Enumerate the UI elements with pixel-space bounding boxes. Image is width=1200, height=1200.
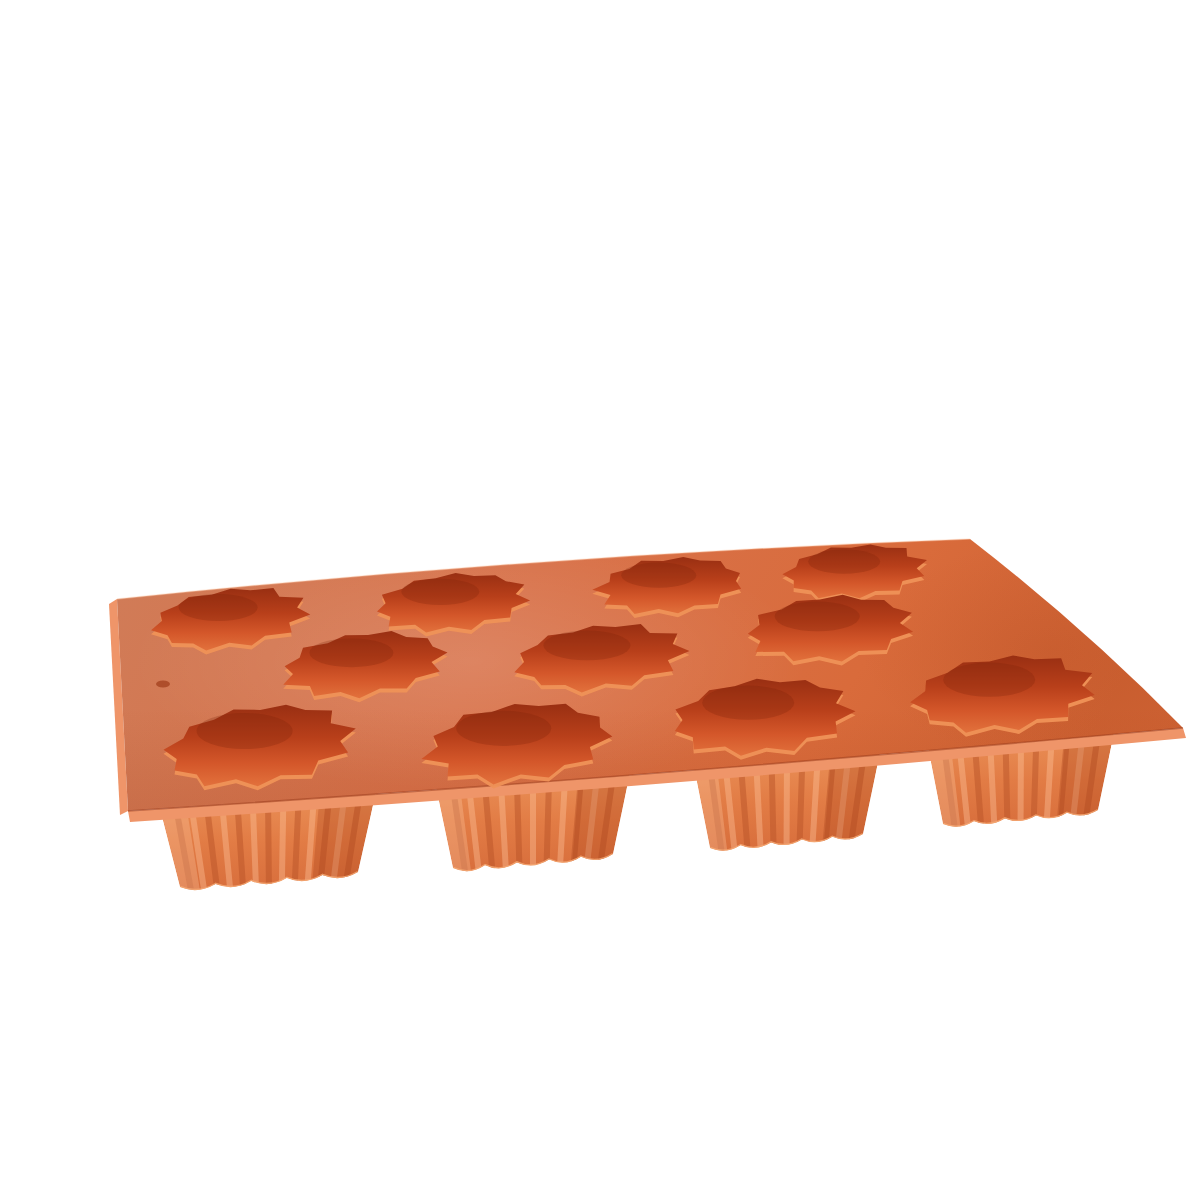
product-photo xyxy=(40,16,1200,1200)
baking-mold-photo xyxy=(40,16,1200,1200)
hanging-hole xyxy=(156,681,170,688)
